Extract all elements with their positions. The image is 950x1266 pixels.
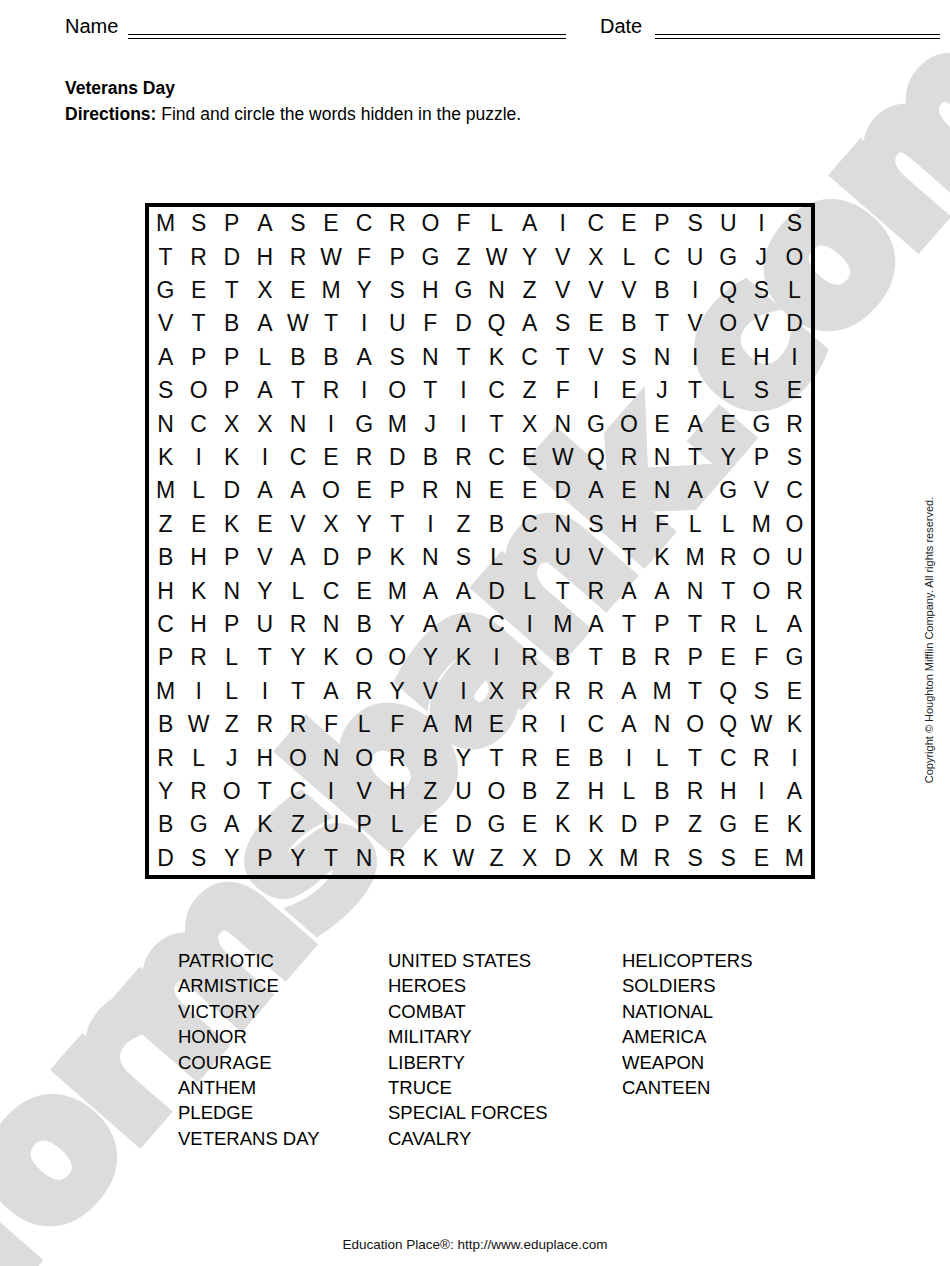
word-list-item: SOLDIERS	[622, 973, 753, 998]
grid-cell: L	[381, 808, 414, 841]
grid-cell: B	[348, 608, 381, 641]
grid-cell: O	[679, 708, 712, 741]
grid-cell: C	[348, 207, 381, 240]
grid-cell: Y	[381, 608, 414, 641]
grid-cell: B	[281, 341, 314, 374]
word-list-item: COURAGE	[178, 1050, 320, 1075]
grid-cell: G	[745, 407, 778, 440]
grid-cell: E	[248, 508, 281, 541]
grid-cell: U	[712, 207, 745, 240]
grid-cell: P	[381, 474, 414, 507]
grid-cell: N	[149, 407, 182, 440]
grid-cell: T	[281, 374, 314, 407]
grid-cell: A	[778, 775, 811, 808]
grid-cell: C	[579, 207, 612, 240]
grid-cell: P	[215, 608, 248, 641]
grid-cell: J	[745, 240, 778, 273]
word-list-item: VETERANS DAY	[178, 1126, 320, 1151]
grid-cell: E	[348, 574, 381, 607]
grid-cell: C	[778, 474, 811, 507]
grid-cell: E	[778, 374, 811, 407]
grid-cell: A	[414, 608, 447, 641]
grid-cell: E	[314, 441, 347, 474]
grid-cell: A	[447, 574, 480, 607]
grid-cell: F	[381, 708, 414, 741]
grid-cell: K	[381, 541, 414, 574]
grid-cell: F	[645, 508, 678, 541]
grid-cell: I	[745, 207, 778, 240]
grid-cell: E	[513, 808, 546, 841]
grid-cell: S	[745, 374, 778, 407]
grid-cell: E	[645, 407, 678, 440]
grid-cell: D	[447, 808, 480, 841]
grid-cell: N	[447, 474, 480, 507]
grid-cell: R	[778, 407, 811, 440]
grid-cell: Q	[712, 274, 745, 307]
grid-cell: I	[248, 675, 281, 708]
grid-cell: M	[381, 574, 414, 607]
grid-cell: R	[381, 741, 414, 774]
grid-cell: Q	[579, 441, 612, 474]
grid-cell: A	[248, 307, 281, 340]
grid-cell: D	[215, 474, 248, 507]
grid-cell: R	[579, 675, 612, 708]
grid-cell: T	[579, 641, 612, 674]
grid-cell: T	[480, 407, 513, 440]
grid-cell: Z	[546, 775, 579, 808]
grid-cell: T	[248, 775, 281, 808]
grid-cell: U	[381, 307, 414, 340]
grid-cell: X	[513, 842, 546, 875]
grid-cell: R	[712, 541, 745, 574]
grid-cell: T	[149, 240, 182, 273]
grid-cell: V	[612, 274, 645, 307]
grid-cell: B	[149, 808, 182, 841]
grid-cell: Y	[348, 508, 381, 541]
grid-cell: B	[414, 441, 447, 474]
grid-cell: G	[348, 407, 381, 440]
grid-cell: T	[314, 307, 347, 340]
word-list-item: CANTEEN	[622, 1075, 753, 1100]
grid-cell: I	[480, 641, 513, 674]
directions-body: Find and circle the words hidden in the …	[156, 104, 521, 124]
grid-cell: L	[778, 274, 811, 307]
grid-cell: B	[645, 274, 678, 307]
grid-cell: D	[447, 307, 480, 340]
grid-cell: I	[248, 441, 281, 474]
grid-cell: S	[281, 207, 314, 240]
grid-cell: G	[447, 274, 480, 307]
grid-cell: G	[712, 474, 745, 507]
grid-cell: A	[579, 474, 612, 507]
grid-cell: R	[182, 641, 215, 674]
grid-cell: R	[182, 240, 215, 273]
grid-cell: C	[513, 341, 546, 374]
word-list-item: PATRIOTIC	[178, 948, 320, 973]
grid-cell: B	[546, 641, 579, 674]
grid-cell: I	[182, 675, 215, 708]
grid-cell: G	[414, 240, 447, 273]
grid-cell: S	[182, 207, 215, 240]
worksheet-title: Veterans Day	[65, 78, 175, 99]
grid-cell: R	[381, 842, 414, 875]
grid-cell: I	[778, 341, 811, 374]
grid-cell: V	[149, 307, 182, 340]
grid-cell: H	[248, 240, 281, 273]
word-list-item: NATIONAL	[622, 999, 753, 1024]
grid-cell: R	[281, 708, 314, 741]
grid-cell: R	[679, 775, 712, 808]
grid-cell: E	[612, 474, 645, 507]
grid-cell: S	[546, 307, 579, 340]
word-list-item: LIBERTY	[388, 1050, 548, 1075]
grid-cell: P	[182, 341, 215, 374]
grid-cell: K	[182, 574, 215, 607]
grid-cell: C	[579, 708, 612, 741]
grid-cell: Y	[513, 240, 546, 273]
grid-cell: R	[513, 741, 546, 774]
grid-cell: J	[414, 407, 447, 440]
grid-cell: A	[414, 574, 447, 607]
grid-cell: S	[579, 508, 612, 541]
grid-cell: K	[215, 508, 248, 541]
grid-cell: M	[679, 541, 712, 574]
grid-cell: T	[314, 842, 347, 875]
grid-cell: T	[281, 675, 314, 708]
grid-cell: P	[645, 808, 678, 841]
grid-cell: S	[381, 341, 414, 374]
grid-cell: X	[314, 508, 347, 541]
grid-cell: C	[480, 441, 513, 474]
grid-cell: A	[348, 341, 381, 374]
grid-cell: F	[745, 641, 778, 674]
grid-cell: E	[480, 474, 513, 507]
grid-cell: R	[513, 641, 546, 674]
grid-cell: M	[745, 508, 778, 541]
grid-cell: D	[480, 574, 513, 607]
grid-cell: E	[579, 307, 612, 340]
grid-cell: A	[414, 708, 447, 741]
grid-cell: A	[645, 574, 678, 607]
grid-cell: B	[513, 775, 546, 808]
grid-cell: R	[579, 574, 612, 607]
word-list-item: HELICOPTERS	[622, 948, 753, 973]
directions-label: Directions:	[65, 104, 156, 124]
grid-cell: V	[281, 508, 314, 541]
grid-cell: Z	[480, 842, 513, 875]
grid-cell: K	[215, 441, 248, 474]
grid-cell: O	[381, 641, 414, 674]
grid-cell: M	[612, 842, 645, 875]
grid-cell: S	[745, 675, 778, 708]
grid-cell: V	[248, 541, 281, 574]
grid-cell: B	[414, 741, 447, 774]
grid-cell: L	[679, 508, 712, 541]
grid-cell: U	[546, 541, 579, 574]
grid-cell: N	[314, 741, 347, 774]
grid-cell: S	[612, 341, 645, 374]
word-search-grid: MSPASECROFLAICEPSUISTRDHRWFPGZWYVXLCUGJO…	[145, 203, 815, 879]
grid-cell: A	[248, 207, 281, 240]
grid-cell: E	[480, 708, 513, 741]
grid-cell: K	[149, 441, 182, 474]
grid-cell: E	[182, 274, 215, 307]
grid-cell: U	[679, 240, 712, 273]
grid-cell: R	[513, 675, 546, 708]
grid-cell: A	[612, 708, 645, 741]
grid-cell: A	[248, 374, 281, 407]
grid-cell: A	[149, 341, 182, 374]
grid-cell: D	[778, 307, 811, 340]
grid-cell: L	[215, 641, 248, 674]
grid-cell: L	[645, 741, 678, 774]
grid-cell: W	[182, 708, 215, 741]
word-list-column-1: PATRIOTICARMISTICEVICTORYHONORCOURAGEANT…	[178, 948, 320, 1151]
grid-cell: I	[546, 708, 579, 741]
grid-cell: L	[248, 341, 281, 374]
grid-cell: T	[546, 574, 579, 607]
grid-cell: P	[645, 207, 678, 240]
grid-cell: N	[645, 341, 678, 374]
grid-cell: U	[314, 808, 347, 841]
grid-cell: L	[612, 240, 645, 273]
grid-cell: A	[679, 474, 712, 507]
grid-cell: P	[215, 341, 248, 374]
grid-cell: I	[546, 207, 579, 240]
grid-cell: Z	[679, 808, 712, 841]
grid-cell: M	[149, 207, 182, 240]
grid-cell: R	[314, 374, 347, 407]
grid-cell: Y	[281, 842, 314, 875]
grid-cell: I	[447, 675, 480, 708]
grid-cell: I	[679, 341, 712, 374]
grid-cell: C	[281, 775, 314, 808]
grid-cell: V	[745, 474, 778, 507]
grid-cell: R	[778, 574, 811, 607]
grid-cell: H	[248, 741, 281, 774]
grid-cell: R	[182, 775, 215, 808]
grid-cell: O	[712, 307, 745, 340]
grid-cell: M	[546, 608, 579, 641]
grid-cell: T	[679, 608, 712, 641]
grid-cell: Z	[281, 808, 314, 841]
grid-cell: Q	[480, 307, 513, 340]
grid-cell: B	[149, 708, 182, 741]
grid-cell: I	[314, 407, 347, 440]
grid-cell: O	[745, 541, 778, 574]
grid-cell: N	[645, 708, 678, 741]
grid-cell: I	[182, 441, 215, 474]
grid-cell: O	[745, 574, 778, 607]
grid-cell: Q	[712, 708, 745, 741]
grid-cell: B	[579, 741, 612, 774]
grid-cell: N	[414, 341, 447, 374]
grid-cell: E	[612, 207, 645, 240]
grid-cell: O	[381, 374, 414, 407]
grid-cell: C	[314, 574, 347, 607]
grid-cell: F	[447, 207, 480, 240]
word-list-item: AMERICA	[622, 1024, 753, 1049]
grid-cell: C	[513, 508, 546, 541]
grid-cell: R	[513, 708, 546, 741]
grid-cell: D	[215, 240, 248, 273]
grid-cell: S	[381, 274, 414, 307]
grid-cell: W	[546, 441, 579, 474]
grid-cell: T	[612, 541, 645, 574]
grid-cell: K	[778, 708, 811, 741]
grid-cell: R	[612, 441, 645, 474]
grid-cell: R	[281, 240, 314, 273]
grid-cell: H	[612, 508, 645, 541]
grid-cell: N	[348, 842, 381, 875]
grid-cell: V	[348, 775, 381, 808]
grid-cell: Z	[513, 274, 546, 307]
grid-cell: N	[679, 574, 712, 607]
grid-cell: L	[745, 608, 778, 641]
grid-cell: G	[712, 240, 745, 273]
grid-cell: S	[447, 541, 480, 574]
grid-cell: R	[447, 441, 480, 474]
grid-cell: M	[778, 842, 811, 875]
grid-cell: L	[281, 574, 314, 607]
date-label: Date	[600, 15, 642, 38]
grid-cell: B	[149, 541, 182, 574]
grid-cell: A	[778, 608, 811, 641]
grid-cell: L	[348, 708, 381, 741]
grid-cell: K	[447, 641, 480, 674]
grid-cell: V	[546, 274, 579, 307]
grid-cell: O	[215, 775, 248, 808]
word-list-item: UNITED STATES	[388, 948, 548, 973]
grid-cell: Z	[215, 708, 248, 741]
grid-cell: W	[314, 240, 347, 273]
grid-cell: L	[513, 574, 546, 607]
grid-cell: P	[745, 441, 778, 474]
grid-cell: U	[778, 541, 811, 574]
grid-cell: I	[348, 374, 381, 407]
grid-cell: H	[745, 341, 778, 374]
grid-cell: V	[579, 541, 612, 574]
grid-cell: O	[281, 741, 314, 774]
grid-cell: D	[546, 842, 579, 875]
grid-cell: Y	[381, 675, 414, 708]
grid-cell: E	[513, 474, 546, 507]
grid-cell: J	[645, 374, 678, 407]
grid-cell: R	[546, 675, 579, 708]
grid-cell: C	[712, 741, 745, 774]
grid-cell: K	[645, 541, 678, 574]
grid-cell: T	[679, 441, 712, 474]
grid-cell: I	[447, 407, 480, 440]
grid-cell: Y	[348, 274, 381, 307]
grid-cell: Y	[447, 741, 480, 774]
grid-cell: O	[778, 508, 811, 541]
grid-cell: E	[745, 842, 778, 875]
grid-cell: P	[348, 808, 381, 841]
grid-cell: I	[679, 274, 712, 307]
grid-cell: M	[381, 407, 414, 440]
grid-cell: I	[314, 775, 347, 808]
grid-cell: L	[712, 508, 745, 541]
grid-cell: I	[348, 307, 381, 340]
word-list-item: PLEDGE	[178, 1100, 320, 1125]
word-list-item: COMBAT	[388, 999, 548, 1024]
grid-cell: B	[215, 307, 248, 340]
grid-cell: C	[645, 240, 678, 273]
grid-cell: F	[348, 240, 381, 273]
grid-cell: P	[215, 541, 248, 574]
grid-cell: S	[712, 842, 745, 875]
grid-cell: I	[447, 374, 480, 407]
grid-cell: E	[745, 808, 778, 841]
grid-cell: H	[149, 574, 182, 607]
grid-cell: A	[513, 307, 546, 340]
grid-cell: L	[712, 374, 745, 407]
grid-cell: V	[579, 274, 612, 307]
grid-cell: I	[778, 741, 811, 774]
word-list-item: MILITARY	[388, 1024, 548, 1049]
grid-cell: P	[381, 240, 414, 273]
grid-cell: V	[579, 341, 612, 374]
grid-cell: D	[612, 808, 645, 841]
grid-cell: G	[149, 274, 182, 307]
grid-cell: R	[645, 641, 678, 674]
grid-cell: H	[182, 541, 215, 574]
word-list-item: CAVALRY	[388, 1126, 548, 1151]
grid-cell: T	[712, 574, 745, 607]
grid-cell: X	[480, 675, 513, 708]
grid-cell: X	[248, 274, 281, 307]
grid-cell: T	[679, 675, 712, 708]
grid-cell: X	[215, 407, 248, 440]
grid-cell: Y	[248, 574, 281, 607]
grid-cell: B	[645, 775, 678, 808]
grid-cell: P	[215, 207, 248, 240]
grid-cell: P	[348, 541, 381, 574]
grid-cell: W	[480, 240, 513, 273]
grid-cell: T	[679, 741, 712, 774]
grid-cell: O	[612, 407, 645, 440]
grid-cell: A	[447, 608, 480, 641]
grid-cell: I	[414, 508, 447, 541]
grid-cell: E	[712, 341, 745, 374]
grid-cell: S	[745, 274, 778, 307]
grid-cell: X	[248, 407, 281, 440]
grid-cell: E	[712, 641, 745, 674]
grid-cell: T	[447, 341, 480, 374]
grid-cell: K	[314, 641, 347, 674]
grid-cell: R	[745, 741, 778, 774]
grid-cell: S	[513, 541, 546, 574]
word-list-item: TRUCE	[388, 1075, 548, 1100]
grid-cell: Y	[281, 641, 314, 674]
grid-cell: M	[149, 474, 182, 507]
grid-cell: A	[679, 407, 712, 440]
grid-cell: H	[579, 775, 612, 808]
grid-cell: I	[579, 374, 612, 407]
grid-cell: B	[314, 341, 347, 374]
grid-cell: C	[182, 407, 215, 440]
grid-cell: R	[348, 441, 381, 474]
grid-cell: R	[645, 842, 678, 875]
grid-cell: A	[314, 675, 347, 708]
grid-cell: O	[348, 641, 381, 674]
grid-cell: Z	[447, 240, 480, 273]
grid-cell: E	[546, 741, 579, 774]
grid-cell: A	[281, 541, 314, 574]
grid-cell: K	[480, 341, 513, 374]
grid-cell: S	[778, 441, 811, 474]
